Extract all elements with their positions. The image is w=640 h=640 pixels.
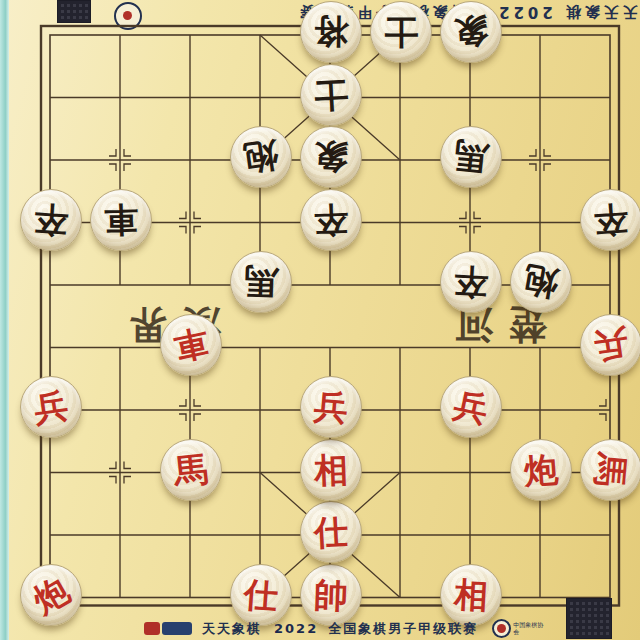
piece-black-cannon[interactable]: 炮 <box>510 251 572 313</box>
piece-black-general[interactable]: 将 <box>300 1 362 63</box>
piece-red-soldier[interactable]: 兵 <box>20 376 82 438</box>
piece-black-elephant[interactable]: 象 <box>440 1 502 63</box>
black-piece-glyph: 士 <box>384 15 418 49</box>
piece-red-horse[interactable]: 馬 <box>160 439 222 501</box>
piece-black-horse[interactable]: 馬 <box>440 126 502 188</box>
event-year: 2022 <box>274 621 318 636</box>
piece-red-horse[interactable]: 馬 <box>580 439 640 501</box>
black-piece-glyph: 炮 <box>521 262 560 301</box>
black-piece-glyph: 馬 <box>243 264 278 299</box>
black-piece-glyph: 車 <box>103 202 138 237</box>
red-piece-glyph: 仕 <box>313 514 349 550</box>
app-name: 天天象棋 <box>202 620 262 638</box>
red-piece-glyph: 相 <box>313 452 348 487</box>
piece-red-cannon[interactable]: 炮 <box>510 439 572 501</box>
piece-red-soldier[interactable]: 兵 <box>300 376 362 438</box>
piece-black-soldier[interactable]: 卒 <box>580 189 640 251</box>
red-piece-glyph: 帥 <box>313 577 348 612</box>
xiangqi-board-photo: 天天象棋 2022 全国象棋男子甲级联赛 楚河 漢界 将士士象象馬馬車炮炮卒卒卒… <box>0 0 640 640</box>
association-name: 中国象棋协会 <box>513 622 543 635</box>
red-piece-glyph: 炮 <box>523 451 559 487</box>
red-piece-glyph: 兵 <box>451 387 491 427</box>
black-piece-glyph: 象 <box>453 14 490 51</box>
association-badge-bottom <box>492 619 511 638</box>
piece-black-soldier[interactable]: 卒 <box>440 251 502 313</box>
red-piece-glyph: 相 <box>453 577 489 613</box>
piece-black-horse[interactable]: 馬 <box>230 251 292 313</box>
bottom-banner: 天天象棋 2022 全国象棋男子甲级联赛 中国象棋协会 <box>9 617 640 640</box>
black-piece-glyph: 馬 <box>452 138 489 175</box>
black-piece-glyph: 士 <box>313 77 349 113</box>
red-piece-glyph: 炮 <box>28 571 74 617</box>
red-piece-glyph: 車 <box>171 324 211 364</box>
red-piece-glyph: 仕 <box>243 576 279 612</box>
red-piece-glyph: 兵 <box>32 388 70 426</box>
piece-red-soldier[interactable]: 兵 <box>580 314 640 376</box>
black-piece-glyph: 将 <box>314 15 349 50</box>
red-piece-glyph: 馬 <box>593 451 630 488</box>
piece-black-chariot[interactable]: 車 <box>90 189 152 251</box>
black-piece-glyph: 象 <box>313 139 349 175</box>
piece-black-advisor[interactable]: 士 <box>300 64 362 126</box>
black-piece-glyph: 卒 <box>453 264 489 300</box>
sponsor-logo <box>144 622 192 635</box>
qr-code-bottom <box>566 598 612 639</box>
piece-black-advisor[interactable]: 士 <box>370 1 432 63</box>
piece-black-soldier[interactable]: 卒 <box>20 189 82 251</box>
event-name: 全国象棋男子甲级联赛 <box>328 620 478 638</box>
black-piece-glyph: 卒 <box>593 201 629 237</box>
piece-black-soldier[interactable]: 卒 <box>300 189 362 251</box>
red-piece-glyph: 馬 <box>172 451 209 488</box>
piece-black-cannon[interactable]: 炮 <box>230 126 292 188</box>
piece-red-soldier[interactable]: 兵 <box>440 376 502 438</box>
piece-red-chariot[interactable]: 車 <box>160 314 222 376</box>
black-piece-glyph: 炮 <box>242 138 280 176</box>
black-piece-glyph: 卒 <box>33 201 69 237</box>
piece-red-elephant[interactable]: 相 <box>300 439 362 501</box>
piece-red-advisor[interactable]: 仕 <box>300 501 362 563</box>
black-piece-glyph: 卒 <box>313 202 348 237</box>
red-piece-glyph: 兵 <box>313 389 350 426</box>
red-piece-glyph: 兵 <box>592 325 630 363</box>
piece-black-elephant[interactable]: 象 <box>300 126 362 188</box>
